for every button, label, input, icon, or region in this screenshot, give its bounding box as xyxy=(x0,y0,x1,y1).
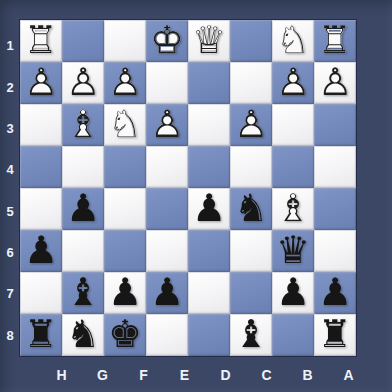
square-b2[interactable]: ♟♙ xyxy=(272,62,314,104)
piece-outline-glyph: ♙ xyxy=(272,62,314,104)
square-h6[interactable]: ♟ xyxy=(20,230,62,272)
square-c3[interactable]: ♟♙ xyxy=(230,104,272,146)
piece-glyph: ♟ xyxy=(104,272,146,314)
piece-glyph: ♞ xyxy=(230,188,272,230)
file-label-h: H xyxy=(41,367,82,392)
piece-glyph: ♟ xyxy=(314,272,356,314)
rank-labels: 12345678 xyxy=(0,20,20,356)
white-pawn: ♟♙ xyxy=(272,62,314,104)
square-d4[interactable] xyxy=(188,146,230,188)
square-b5[interactable]: ♝♗ xyxy=(272,188,314,230)
file-label-a: A xyxy=(328,367,369,392)
piece-outline-glyph: ♗ xyxy=(272,188,314,230)
piece-glyph: ♟ xyxy=(62,188,104,230)
black-bishop: ♝ xyxy=(62,272,104,314)
square-g2[interactable]: ♟♙ xyxy=(62,62,104,104)
square-a3[interactable] xyxy=(314,104,356,146)
piece-glyph: ♝ xyxy=(230,314,272,356)
square-g1[interactable] xyxy=(62,20,104,62)
piece-glyph: ♜ xyxy=(314,314,356,356)
square-d6[interactable] xyxy=(188,230,230,272)
square-g8[interactable]: ♞ xyxy=(62,314,104,356)
square-g3[interactable]: ♝♗ xyxy=(62,104,104,146)
rank-label-5: 5 xyxy=(0,191,20,232)
rank-label-2: 2 xyxy=(0,66,20,107)
white-pawn: ♟♙ xyxy=(146,104,188,146)
square-h1[interactable]: ♜♖ xyxy=(20,20,62,62)
white-rook: ♜♖ xyxy=(20,20,62,62)
white-bishop: ♝♗ xyxy=(62,104,104,146)
white-bishop: ♝♗ xyxy=(272,188,314,230)
square-f3[interactable]: ♞♘ xyxy=(104,104,146,146)
square-b8[interactable] xyxy=(272,314,314,356)
square-e2[interactable] xyxy=(146,62,188,104)
square-d2[interactable] xyxy=(188,62,230,104)
piece-outline-glyph: ♖ xyxy=(20,20,62,62)
piece-outline-glyph: ♘ xyxy=(272,20,314,62)
square-f5[interactable] xyxy=(104,188,146,230)
piece-glyph: ♟ xyxy=(188,188,230,230)
piece-outline-glyph: ♙ xyxy=(146,104,188,146)
black-rook: ♜ xyxy=(20,314,62,356)
rank-label-7: 7 xyxy=(0,273,20,314)
square-h2[interactable]: ♟♙ xyxy=(20,62,62,104)
file-label-f: F xyxy=(123,367,164,392)
black-rook: ♜ xyxy=(314,314,356,356)
piece-glyph: ♚ xyxy=(104,314,146,356)
chess-board: ♜♖♚♔♛♕♞♘♜♖♟♙♟♙♟♙♟♙♟♙♝♗♞♘♟♙♟♙♟♟♞♝♗♟♛♝♟♟♟♟… xyxy=(20,20,356,356)
file-label-g: G xyxy=(82,367,123,392)
white-pawn: ♟♙ xyxy=(104,62,146,104)
piece-outline-glyph: ♙ xyxy=(20,62,62,104)
black-queen: ♛ xyxy=(272,230,314,272)
square-h7[interactable] xyxy=(20,272,62,314)
square-b7[interactable]: ♟ xyxy=(272,272,314,314)
square-e7[interactable]: ♟ xyxy=(146,272,188,314)
piece-outline-glyph: ♔ xyxy=(146,20,188,62)
rank-label-6: 6 xyxy=(0,232,20,273)
square-c7[interactable] xyxy=(230,272,272,314)
square-b6[interactable]: ♛ xyxy=(272,230,314,272)
square-g6[interactable] xyxy=(62,230,104,272)
square-c2[interactable] xyxy=(230,62,272,104)
square-h4[interactable] xyxy=(20,146,62,188)
black-pawn: ♟ xyxy=(272,272,314,314)
square-f4[interactable] xyxy=(104,146,146,188)
white-king: ♚♔ xyxy=(146,20,188,62)
file-labels: HGFEDCBA xyxy=(41,356,377,392)
square-f6[interactable] xyxy=(104,230,146,272)
white-pawn: ♟♙ xyxy=(62,62,104,104)
piece-outline-glyph: ♙ xyxy=(230,104,272,146)
white-rook: ♜♖ xyxy=(314,20,356,62)
piece-glyph: ♟ xyxy=(272,272,314,314)
black-pawn: ♟ xyxy=(146,272,188,314)
square-a7[interactable]: ♟ xyxy=(314,272,356,314)
black-knight: ♞ xyxy=(230,188,272,230)
square-f1[interactable] xyxy=(104,20,146,62)
piece-glyph: ♟ xyxy=(146,272,188,314)
square-a6[interactable] xyxy=(314,230,356,272)
piece-outline-glyph: ♕ xyxy=(188,20,230,62)
square-e4[interactable] xyxy=(146,146,188,188)
square-c4[interactable] xyxy=(230,146,272,188)
black-pawn: ♟ xyxy=(188,188,230,230)
square-d7[interactable] xyxy=(188,272,230,314)
white-queen: ♛♕ xyxy=(188,20,230,62)
square-e3[interactable]: ♟♙ xyxy=(146,104,188,146)
square-c6[interactable] xyxy=(230,230,272,272)
piece-outline-glyph: ♙ xyxy=(314,62,356,104)
square-a4[interactable] xyxy=(314,146,356,188)
black-bishop: ♝ xyxy=(230,314,272,356)
square-h3[interactable] xyxy=(20,104,62,146)
piece-glyph: ♝ xyxy=(62,272,104,314)
white-knight: ♞♘ xyxy=(104,104,146,146)
black-pawn: ♟ xyxy=(20,230,62,272)
rank-label-3: 3 xyxy=(0,108,20,149)
piece-outline-glyph: ♙ xyxy=(104,62,146,104)
rank-label-1: 1 xyxy=(0,25,20,66)
square-h8[interactable]: ♜ xyxy=(20,314,62,356)
square-g5[interactable]: ♟ xyxy=(62,188,104,230)
square-g7[interactable]: ♝ xyxy=(62,272,104,314)
black-king: ♚ xyxy=(104,314,146,356)
square-d3[interactable] xyxy=(188,104,230,146)
square-d1[interactable]: ♛♕ xyxy=(188,20,230,62)
rank-label-4: 4 xyxy=(0,149,20,190)
square-c1[interactable] xyxy=(230,20,272,62)
piece-outline-glyph: ♗ xyxy=(62,104,104,146)
square-a5[interactable] xyxy=(314,188,356,230)
square-e8[interactable] xyxy=(146,314,188,356)
square-f2[interactable]: ♟♙ xyxy=(104,62,146,104)
square-b3[interactable] xyxy=(272,104,314,146)
black-pawn: ♟ xyxy=(314,272,356,314)
square-a8[interactable]: ♜ xyxy=(314,314,356,356)
square-f8[interactable]: ♚ xyxy=(104,314,146,356)
square-d5[interactable]: ♟ xyxy=(188,188,230,230)
chess-diagram: 12345678 ♜♖♚♔♛♕♞♘♜♖♟♙♟♙♟♙♟♙♟♙♝♗♞♘♟♙♟♙♟♟♞… xyxy=(0,0,392,392)
square-f7[interactable]: ♟ xyxy=(104,272,146,314)
square-g4[interactable] xyxy=(62,146,104,188)
file-label-b: B xyxy=(287,367,328,392)
square-a2[interactable]: ♟♙ xyxy=(314,62,356,104)
file-label-c: C xyxy=(246,367,287,392)
piece-outline-glyph: ♘ xyxy=(104,104,146,146)
piece-glyph: ♜ xyxy=(20,314,62,356)
black-pawn: ♟ xyxy=(62,188,104,230)
square-d8[interactable] xyxy=(188,314,230,356)
white-knight: ♞♘ xyxy=(272,20,314,62)
piece-glyph: ♞ xyxy=(62,314,104,356)
piece-glyph: ♟ xyxy=(20,230,62,272)
white-pawn: ♟♙ xyxy=(230,104,272,146)
piece-outline-glyph: ♙ xyxy=(62,62,104,104)
black-pawn: ♟ xyxy=(104,272,146,314)
black-knight: ♞ xyxy=(62,314,104,356)
white-pawn: ♟♙ xyxy=(20,62,62,104)
square-c8[interactable]: ♝ xyxy=(230,314,272,356)
piece-outline-glyph: ♖ xyxy=(314,20,356,62)
rank-label-8: 8 xyxy=(0,315,20,356)
file-label-d: D xyxy=(205,367,246,392)
square-b4[interactable] xyxy=(272,146,314,188)
square-e5[interactable] xyxy=(146,188,188,230)
square-c5[interactable]: ♞ xyxy=(230,188,272,230)
square-e1[interactable]: ♚♔ xyxy=(146,20,188,62)
white-pawn: ♟♙ xyxy=(314,62,356,104)
piece-glyph: ♛ xyxy=(272,230,314,272)
square-b1[interactable]: ♞♘ xyxy=(272,20,314,62)
square-a1[interactable]: ♜♖ xyxy=(314,20,356,62)
file-label-e: E xyxy=(164,367,205,392)
square-e6[interactable] xyxy=(146,230,188,272)
square-h5[interactable] xyxy=(20,188,62,230)
